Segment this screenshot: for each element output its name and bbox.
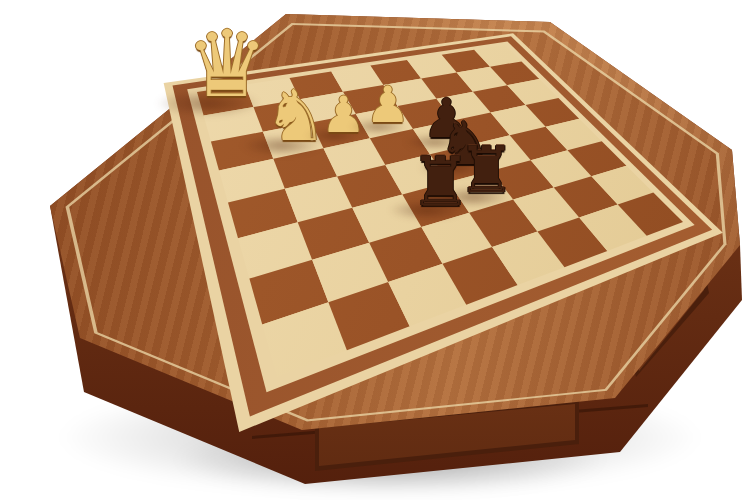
chess-box-photo: ♛♞♟♟♟♞♜♜: [0, 0, 750, 500]
piece-white-pawn-d6[interactable]: ♟: [366, 80, 411, 130]
chess-pieces: ♛♞♟♟♟♞♜♜: [0, 0, 750, 500]
piece-black-rook-d3[interactable]: ♜: [410, 148, 471, 216]
piece-white-queen-a8[interactable]: ♛: [186, 19, 268, 111]
